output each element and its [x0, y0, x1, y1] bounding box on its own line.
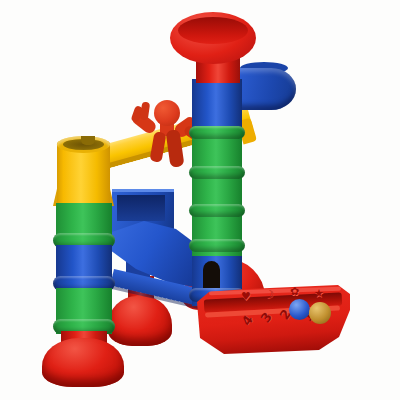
star-emboss-icon: ★: [314, 288, 324, 299]
central-tower-collar: [189, 126, 245, 139]
central-tower-collar: [189, 204, 245, 217]
blue-funnel-opening: [117, 195, 165, 221]
spiral-chute: [234, 68, 296, 110]
flower-emboss-icon: ✿: [290, 286, 299, 297]
heart-emboss-icon: ♥: [241, 291, 251, 302]
yellow-tube-notch: [81, 136, 95, 145]
central-tower-blue-top: [192, 79, 242, 131]
central-tower-collar: [189, 239, 245, 252]
marble-exit-archway: [203, 261, 220, 289]
marble-run-toy-photo: ♥ ☽ ✿ ★ 4 3 2 1: [0, 0, 400, 400]
left-foot-dome: [42, 338, 124, 387]
blue-marble: [289, 299, 310, 320]
red-top-funnel-interior: [178, 17, 248, 44]
middle-foot-dome: [108, 296, 172, 346]
central-tower-collar: [189, 166, 245, 179]
spinner-head: [154, 100, 180, 126]
gold-marble: [309, 302, 331, 324]
